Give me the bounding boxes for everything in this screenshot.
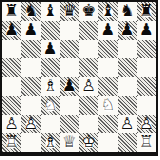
white-pawn-piece: ♙ bbox=[2, 115, 21, 134]
square-d8[interactable]: ♛ bbox=[60, 2, 79, 21]
square-g2[interactable]: ♙ bbox=[118, 115, 137, 134]
white-pawn-piece: ♙ bbox=[118, 115, 137, 134]
square-a3[interactable] bbox=[2, 96, 21, 115]
white-rook-piece: ♖ bbox=[137, 133, 156, 152]
square-b2[interactable]: ♙ bbox=[21, 115, 40, 134]
square-h6[interactable] bbox=[137, 40, 156, 59]
white-pawn-piece: ♙ bbox=[79, 77, 98, 96]
square-d4[interactable]: ♟ bbox=[60, 77, 79, 96]
white-queen-piece: ♕ bbox=[60, 133, 79, 152]
black-pawn-piece: ♟ bbox=[98, 21, 117, 40]
square-h5[interactable] bbox=[137, 58, 156, 77]
square-g8[interactable]: ♞ bbox=[118, 2, 137, 21]
square-e4[interactable]: ♙ bbox=[79, 77, 98, 96]
chess-diagram-page: ♜♞♝♛♚♝♞♜♟♟♟♟♟♟♗♟♙♘♘♙♙♙♙♖♗♕♔♖ bbox=[0, 0, 160, 160]
square-c5[interactable] bbox=[41, 58, 60, 77]
white-king-piece: ♔ bbox=[79, 133, 98, 152]
square-c1[interactable]: ♗ bbox=[41, 133, 60, 152]
square-c6[interactable]: ♟ bbox=[41, 40, 60, 59]
black-queen-piece: ♛ bbox=[60, 2, 79, 21]
board-frame: ♜♞♝♛♚♝♞♜♟♟♟♟♟♟♗♟♙♘♘♙♙♙♙♖♗♕♔♖ bbox=[0, 0, 158, 156]
square-h1[interactable]: ♖ bbox=[137, 133, 156, 152]
square-a1[interactable]: ♖ bbox=[2, 133, 21, 152]
black-pawn-piece: ♟ bbox=[2, 21, 21, 40]
square-h7[interactable]: ♟ bbox=[137, 21, 156, 40]
square-f6[interactable] bbox=[98, 40, 117, 59]
square-d5[interactable] bbox=[60, 58, 79, 77]
black-pawn-piece: ♟ bbox=[60, 77, 79, 96]
square-c4[interactable]: ♗ bbox=[41, 77, 60, 96]
square-e2[interactable] bbox=[79, 115, 98, 134]
square-b5[interactable] bbox=[21, 58, 40, 77]
white-rook-piece: ♖ bbox=[2, 133, 21, 152]
square-g5[interactable] bbox=[118, 58, 137, 77]
white-pawn-piece: ♙ bbox=[137, 115, 156, 134]
square-f3[interactable]: ♘ bbox=[98, 96, 117, 115]
square-c8[interactable]: ♝ bbox=[41, 2, 60, 21]
square-d6[interactable] bbox=[60, 40, 79, 59]
square-g3[interactable] bbox=[118, 96, 137, 115]
square-h3[interactable] bbox=[137, 96, 156, 115]
square-a5[interactable] bbox=[2, 58, 21, 77]
square-e7[interactable] bbox=[79, 21, 98, 40]
square-e3[interactable] bbox=[79, 96, 98, 115]
chess-board: ♜♞♝♛♚♝♞♜♟♟♟♟♟♟♗♟♙♘♘♙♙♙♙♖♗♕♔♖ bbox=[2, 2, 156, 152]
black-knight-piece: ♞ bbox=[118, 2, 137, 21]
square-b1[interactable] bbox=[21, 133, 40, 152]
black-bishop-piece: ♝ bbox=[41, 2, 60, 21]
square-b3[interactable] bbox=[21, 96, 40, 115]
black-king-piece: ♚ bbox=[79, 2, 98, 21]
square-d2[interactable] bbox=[60, 115, 79, 134]
square-b7[interactable]: ♟ bbox=[21, 21, 40, 40]
white-bishop-piece: ♗ bbox=[41, 133, 60, 152]
black-pawn-piece: ♟ bbox=[137, 21, 156, 40]
black-pawn-piece: ♟ bbox=[118, 21, 137, 40]
square-c3[interactable]: ♘ bbox=[41, 96, 60, 115]
square-b8[interactable]: ♞ bbox=[21, 2, 40, 21]
square-a2[interactable]: ♙ bbox=[2, 115, 21, 134]
square-g4[interactable] bbox=[118, 77, 137, 96]
white-knight-piece: ♘ bbox=[98, 96, 117, 115]
square-e1[interactable]: ♔ bbox=[79, 133, 98, 152]
square-g1[interactable] bbox=[118, 133, 137, 152]
white-bishop-piece: ♗ bbox=[41, 77, 60, 96]
square-f5[interactable] bbox=[98, 58, 117, 77]
square-f1[interactable] bbox=[98, 133, 117, 152]
square-g6[interactable] bbox=[118, 40, 137, 59]
square-d3[interactable] bbox=[60, 96, 79, 115]
white-knight-piece: ♘ bbox=[41, 96, 60, 115]
white-pawn-piece: ♙ bbox=[21, 115, 40, 134]
square-e6[interactable] bbox=[79, 40, 98, 59]
square-a8[interactable]: ♜ bbox=[2, 2, 21, 21]
black-rook-piece: ♜ bbox=[2, 2, 21, 21]
black-bishop-piece: ♝ bbox=[98, 2, 117, 21]
black-pawn-piece: ♟ bbox=[41, 40, 60, 59]
square-c7[interactable] bbox=[41, 21, 60, 40]
square-d7[interactable] bbox=[60, 21, 79, 40]
square-d1[interactable]: ♕ bbox=[60, 133, 79, 152]
black-rook-piece: ♜ bbox=[137, 2, 156, 21]
square-f8[interactable]: ♝ bbox=[98, 2, 117, 21]
square-g7[interactable]: ♟ bbox=[118, 21, 137, 40]
square-h4[interactable] bbox=[137, 77, 156, 96]
square-e8[interactable]: ♚ bbox=[79, 2, 98, 21]
square-f2[interactable] bbox=[98, 115, 117, 134]
square-b6[interactable] bbox=[21, 40, 40, 59]
square-c2[interactable] bbox=[41, 115, 60, 134]
square-e5[interactable] bbox=[79, 58, 98, 77]
square-a6[interactable] bbox=[2, 40, 21, 59]
square-b4[interactable] bbox=[21, 77, 40, 96]
square-h2[interactable]: ♙ bbox=[137, 115, 156, 134]
square-f4[interactable] bbox=[98, 77, 117, 96]
black-pawn-piece: ♟ bbox=[21, 21, 40, 40]
square-f7[interactable]: ♟ bbox=[98, 21, 117, 40]
square-a4[interactable] bbox=[2, 77, 21, 96]
black-knight-piece: ♞ bbox=[21, 2, 40, 21]
square-h8[interactable]: ♜ bbox=[137, 2, 156, 21]
square-a7[interactable]: ♟ bbox=[2, 21, 21, 40]
